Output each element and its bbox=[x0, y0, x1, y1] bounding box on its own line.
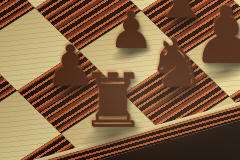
knight-eye-detail bbox=[163, 49, 167, 52]
chess-piece-knight: ♞ bbox=[143, 31, 209, 97]
chessboard-photo: ♝ ♟ ♟ ♟ ♞ ♜ bbox=[0, 0, 240, 160]
chess-piece-rook: ♜ bbox=[76, 63, 150, 137]
